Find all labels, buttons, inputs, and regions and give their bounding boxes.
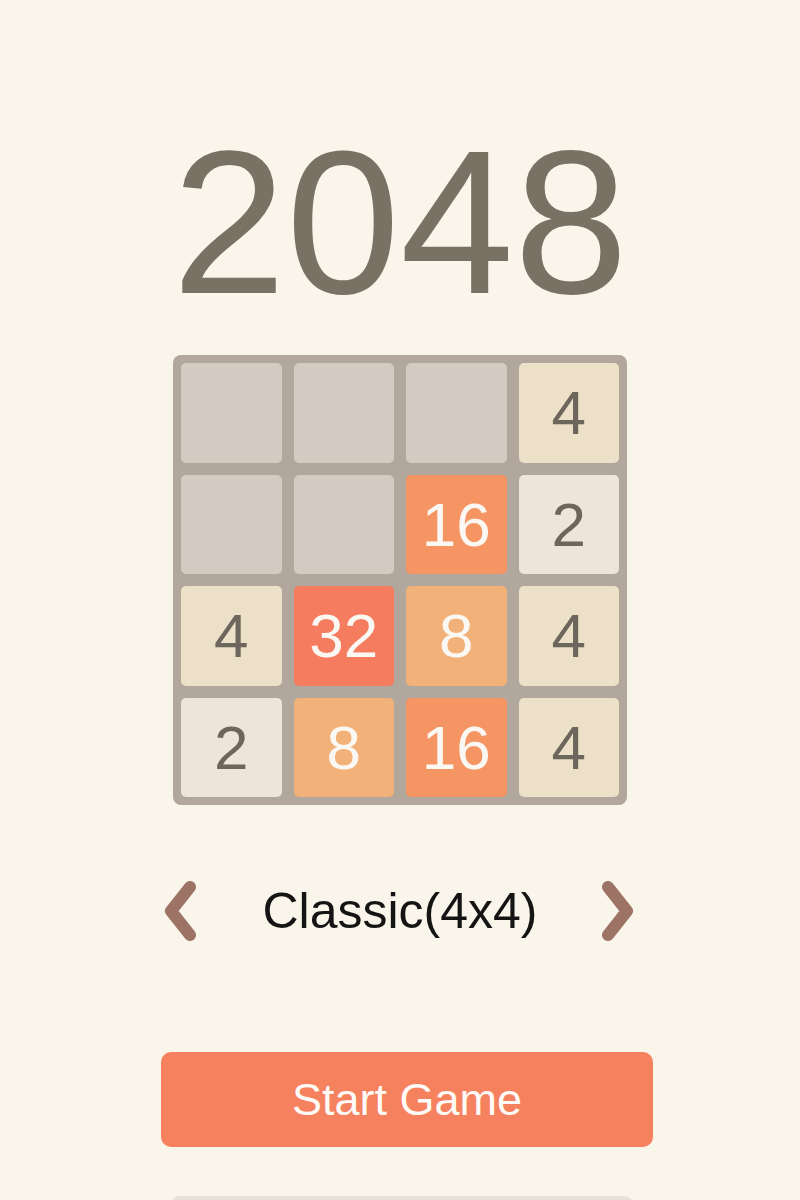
mode-label: Classic(4x4) bbox=[0, 882, 800, 940]
cell-r1c3-empty bbox=[406, 363, 507, 463]
chevron-right-icon bbox=[599, 880, 637, 942]
app-screen: 2048 41624328428164 Classic(4x4) Start G… bbox=[0, 0, 800, 1200]
chevron-left-icon bbox=[161, 880, 199, 942]
cell-r1c2-empty bbox=[294, 363, 395, 463]
cell-r2c1-empty bbox=[181, 475, 282, 575]
cell-r4c3-tile-16: 16 bbox=[406, 698, 507, 798]
cell-r4c2-tile-8: 8 bbox=[294, 698, 395, 798]
cell-r1c1-empty bbox=[181, 363, 282, 463]
cell-r3c4-tile-4: 4 bbox=[519, 586, 620, 686]
cell-r3c1-tile-4: 4 bbox=[181, 586, 282, 686]
start-game-button[interactable]: Start Game bbox=[161, 1052, 653, 1147]
cell-r3c2-tile-32: 32 bbox=[294, 586, 395, 686]
cell-r3c3-tile-8: 8 bbox=[406, 586, 507, 686]
previous-mode-button[interactable] bbox=[160, 880, 200, 942]
cell-r2c3-tile-16: 16 bbox=[406, 475, 507, 575]
secondary-button-partial[interactable] bbox=[170, 1196, 634, 1200]
cell-r4c4-tile-4: 4 bbox=[519, 698, 620, 798]
mode-selector: Classic(4x4) bbox=[0, 876, 800, 946]
next-mode-button[interactable] bbox=[598, 880, 638, 942]
cell-r1c4-tile-4: 4 bbox=[519, 363, 620, 463]
cell-r2c4-tile-2: 2 bbox=[519, 475, 620, 575]
start-game-label: Start Game bbox=[292, 1074, 522, 1126]
game-board: 41624328428164 bbox=[173, 355, 627, 805]
cell-r2c2-empty bbox=[294, 475, 395, 575]
cell-r4c1-tile-2: 2 bbox=[181, 698, 282, 798]
page-title: 2048 bbox=[0, 119, 800, 324]
